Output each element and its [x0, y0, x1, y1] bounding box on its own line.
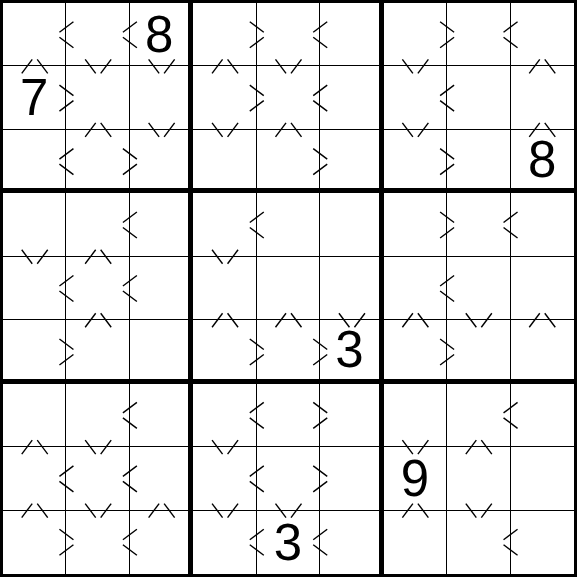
cell-r2c3[interactable]	[130, 66, 193, 129]
cell-r1c7[interactable]	[384, 3, 447, 66]
cell-r6c9[interactable]	[511, 320, 574, 383]
cell-r7c9[interactable]	[511, 384, 574, 447]
cell-r9c1[interactable]	[3, 511, 66, 574]
cell-r3c3[interactable]	[130, 130, 193, 193]
cell-r6c2[interactable]	[66, 320, 129, 383]
cell-r4c5[interactable]	[257, 193, 320, 256]
cell-r1c9[interactable]	[511, 3, 574, 66]
cell-r5c7[interactable]	[384, 257, 447, 320]
cell-r2c8[interactable]	[447, 66, 510, 129]
cell-r2c6[interactable]	[320, 66, 383, 129]
cell-r8c2[interactable]	[66, 447, 129, 510]
cell-r8c9[interactable]	[511, 447, 574, 510]
cell-r3c4[interactable]	[193, 130, 256, 193]
cell-r7c1[interactable]	[3, 384, 66, 447]
cell-r9c7[interactable]	[384, 511, 447, 574]
cell-r5c3[interactable]	[130, 257, 193, 320]
cell-r4c7[interactable]	[384, 193, 447, 256]
cell-r7c7[interactable]	[384, 384, 447, 447]
cell-r7c8[interactable]	[447, 384, 510, 447]
cell-r6c4[interactable]	[193, 320, 256, 383]
given-digit-r9c8	[447, 511, 510, 574]
cell-r6c1[interactable]	[3, 320, 66, 383]
cell-r5c5[interactable]	[257, 257, 320, 320]
cell-r1c2[interactable]	[66, 3, 129, 66]
cell-r9c6[interactable]	[320, 511, 383, 574]
cell-r6c3[interactable]	[130, 320, 193, 383]
cell-r1c8[interactable]	[447, 3, 510, 66]
cell-r1c1[interactable]	[3, 3, 66, 66]
cell-r2c4[interactable]	[193, 66, 256, 129]
cell-r4c6[interactable]	[320, 193, 383, 256]
cell-r2c9[interactable]	[511, 66, 574, 129]
greater-than-sudoku-board: 878393	[0, 0, 577, 577]
cell-r4c4[interactable]	[193, 193, 256, 256]
cell-r5c8[interactable]	[447, 257, 510, 320]
cell-r2c2[interactable]	[66, 66, 129, 129]
cell-r9c2[interactable]	[66, 511, 129, 574]
cell-r4c1[interactable]	[3, 193, 66, 256]
cell-r7c4[interactable]	[193, 384, 256, 447]
cell-r4c9[interactable]	[511, 193, 574, 256]
cell-r5c6[interactable]	[320, 257, 383, 320]
given-digit-r9c5: 3	[257, 511, 320, 574]
cell-r6c5[interactable]	[257, 320, 320, 383]
cell-r3c5[interactable]	[257, 130, 320, 193]
cell-r5c1[interactable]	[3, 257, 66, 320]
cell-r8c4[interactable]	[193, 447, 256, 510]
cell-r7c2[interactable]	[66, 384, 129, 447]
cell-r5c9[interactable]	[511, 257, 574, 320]
cell-r6c7[interactable]	[384, 320, 447, 383]
cell-r9c3[interactable]	[130, 511, 193, 574]
cell-r7c5[interactable]	[257, 384, 320, 447]
given-digit-r3c9: 8	[511, 130, 574, 193]
cell-r9c4[interactable]	[193, 511, 256, 574]
given-digit-r2c1: 7	[3, 66, 66, 129]
given-digit-r1c3: 8	[130, 3, 193, 66]
cell-r1c6[interactable]	[320, 3, 383, 66]
cell-r5c4[interactable]	[193, 257, 256, 320]
cell-r3c6[interactable]	[320, 130, 383, 193]
cell-r1c4[interactable]	[193, 3, 256, 66]
given-digit-r6c6: 3	[320, 320, 383, 383]
cell-r8c3[interactable]	[130, 447, 193, 510]
cell-r1c5[interactable]	[257, 3, 320, 66]
cell-r4c3[interactable]	[130, 193, 193, 256]
cell-r4c2[interactable]	[66, 193, 129, 256]
cell-r5c2[interactable]	[66, 257, 129, 320]
cell-r3c2[interactable]	[66, 130, 129, 193]
cell-r3c7[interactable]	[384, 130, 447, 193]
cell-r8c1[interactable]	[3, 447, 66, 510]
cell-r4c8[interactable]	[447, 193, 510, 256]
cell-r8c8[interactable]	[447, 447, 510, 510]
given-digit-r9c9	[511, 511, 574, 574]
cell-r8c6[interactable]	[320, 447, 383, 510]
cell-r7c6[interactable]	[320, 384, 383, 447]
cell-r2c7[interactable]	[384, 66, 447, 129]
given-digit-r8c7: 9	[384, 447, 447, 510]
cell-r2c5[interactable]	[257, 66, 320, 129]
cell-r8c5[interactable]	[257, 447, 320, 510]
cell-r3c8[interactable]	[447, 130, 510, 193]
cell-r7c3[interactable]	[130, 384, 193, 447]
cell-r3c1[interactable]	[3, 130, 66, 193]
cell-r6c8[interactable]	[447, 320, 510, 383]
